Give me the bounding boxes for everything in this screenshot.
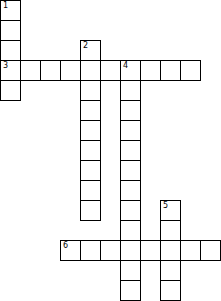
cell-r3-c7[interactable] [140,60,161,81]
cell-r12-c8[interactable] [160,240,181,261]
cell-r12-c5[interactable] [100,240,121,261]
crossword-grid: 123456 [0,0,221,301]
cell-r2-c4[interactable]: 2 [80,40,101,61]
cell-r14-c6[interactable] [120,280,141,301]
cell-r11-c8[interactable] [160,220,181,241]
cell-r9-c6[interactable] [120,180,141,201]
cell-r12-c6[interactable] [120,240,141,261]
cell-r13-c6[interactable] [120,260,141,281]
clue-number-2: 2 [83,42,88,50]
cell-r5-c4[interactable] [80,100,101,121]
cell-r0-c0[interactable]: 1 [0,0,21,21]
cell-r10-c8[interactable]: 5 [160,200,181,221]
cell-r12-c7[interactable] [140,240,161,261]
clue-number-1: 1 [3,2,8,10]
cell-r8-c6[interactable] [120,160,141,181]
cell-r3-c9[interactable] [180,60,201,81]
cell-r10-c6[interactable] [120,200,141,221]
clue-number-5: 5 [163,202,168,210]
cell-r12-c3[interactable]: 6 [60,240,81,261]
clue-number-4: 4 [123,62,128,70]
cell-r7-c4[interactable] [80,140,101,161]
cell-r10-c4[interactable] [80,200,101,221]
cell-r3-c2[interactable] [40,60,61,81]
clue-number-3: 3 [3,62,8,70]
cell-r12-c10[interactable] [200,240,221,261]
cell-r11-c6[interactable] [120,220,141,241]
cell-r9-c4[interactable] [80,180,101,201]
clue-number-6: 6 [63,242,68,250]
cell-r13-c8[interactable] [160,260,181,281]
cell-r3-c4[interactable] [80,60,101,81]
cell-r3-c1[interactable] [20,60,41,81]
cell-r7-c6[interactable] [120,140,141,161]
cell-r12-c9[interactable] [180,240,201,261]
cell-r3-c6[interactable]: 4 [120,60,141,81]
page: 123456 [0,0,221,301]
cell-r2-c0[interactable] [0,40,21,61]
cell-r3-c3[interactable] [60,60,81,81]
cell-r3-c5[interactable] [100,60,121,81]
cell-r6-c4[interactable] [80,120,101,141]
cell-r4-c6[interactable] [120,80,141,101]
cell-r5-c6[interactable] [120,100,141,121]
cell-r3-c8[interactable] [160,60,181,81]
cell-r6-c6[interactable] [120,120,141,141]
cell-r12-c4[interactable] [80,240,101,261]
cell-r4-c4[interactable] [80,80,101,101]
cell-r14-c8[interactable] [160,280,181,301]
cell-r8-c4[interactable] [80,160,101,181]
cell-r3-c0[interactable]: 3 [0,60,21,81]
cell-r4-c0[interactable] [0,80,21,101]
cell-r1-c0[interactable] [0,20,21,41]
